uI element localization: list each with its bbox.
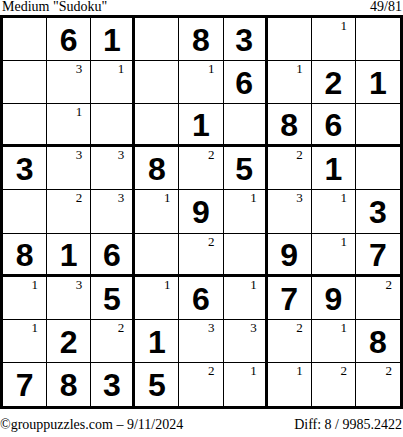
cell-r5c9[interactable]: 3: [356, 190, 400, 233]
big-digit: 3: [369, 194, 387, 228]
cell-r8c1[interactable]: 1: [3, 320, 47, 363]
cell-r8c4[interactable]: 1: [135, 320, 179, 363]
cell-r4c2[interactable]: 3: [47, 147, 91, 190]
cell-r9c3[interactable]: 3: [91, 363, 135, 406]
big-digit: 8: [280, 107, 298, 141]
cell-r2c3[interactable]: 1: [91, 61, 135, 104]
cell-r7c2[interactable]: 3: [47, 277, 91, 320]
cell-r9c9[interactable]: 2: [356, 363, 400, 406]
cell-r3c3[interactable]: [91, 104, 135, 147]
pencil-mark: 2: [208, 364, 215, 377]
pencil-mark: 2: [385, 278, 392, 291]
big-digit: 5: [148, 367, 166, 401]
pencil-mark: 2: [208, 148, 215, 161]
cell-r3c4[interactable]: [135, 104, 179, 147]
pencil-mark: 2: [208, 235, 215, 248]
cell-r2c4[interactable]: [135, 61, 179, 104]
cell-r3c9[interactable]: [356, 104, 400, 147]
pencil-mark: 1: [32, 278, 39, 291]
cell-r7c3[interactable]: 5: [91, 277, 135, 320]
cell-r7c1[interactable]: 1: [3, 277, 47, 320]
pencil-mark: 1: [208, 62, 215, 75]
big-digit: 8: [369, 324, 387, 358]
cell-r1c6[interactable]: 3: [224, 18, 268, 61]
big-digit: 3: [16, 151, 34, 185]
big-digit: 6: [60, 22, 78, 56]
cell-r4c3[interactable]: 3: [91, 147, 135, 190]
pencil-mark: 1: [296, 62, 303, 75]
copyright-date: ©grouppuzzles.com – 9/11/2024: [0, 417, 183, 432]
cell-r2c9[interactable]: 1: [356, 61, 400, 104]
cell-r5c8[interactable]: 1: [312, 190, 356, 233]
cell-r5c6[interactable]: 1: [224, 190, 268, 233]
cell-r4c9[interactable]: [356, 147, 400, 190]
pencil-mark: 1: [32, 321, 39, 334]
cell-r9c1[interactable]: 7: [3, 363, 47, 406]
cell-r8c9[interactable]: 8: [356, 320, 400, 363]
cell-r9c6[interactable]: 1: [224, 363, 268, 406]
cell-r6c5[interactable]: 2: [179, 234, 223, 277]
big-digit: 9: [280, 237, 298, 271]
remaining-counter: 49/81: [370, 0, 402, 14]
sudoku-grid: 6183131161211186333825212319131381629171…: [0, 15, 403, 409]
pencil-mark: 3: [118, 191, 125, 204]
cell-r8c3[interactable]: 2: [91, 320, 135, 363]
cell-r4c5[interactable]: 2: [179, 147, 223, 190]
cell-r8c8[interactable]: 1: [312, 320, 356, 363]
big-digit: 8: [60, 367, 78, 401]
cell-r9c4[interactable]: 5: [135, 363, 179, 406]
cell-r6c6[interactable]: [224, 234, 268, 277]
pencil-mark: 2: [340, 364, 347, 377]
pencil-mark: 1: [296, 364, 303, 377]
pencil-mark: 2: [296, 321, 303, 334]
big-digit: 6: [192, 281, 210, 315]
big-digit: 1: [60, 237, 78, 271]
cell-r9c5[interactable]: 2: [179, 363, 223, 406]
cell-r1c9[interactable]: [356, 18, 400, 61]
big-digit: 3: [235, 22, 253, 56]
big-digit: 2: [60, 324, 78, 358]
cell-r3c1[interactable]: [3, 104, 47, 147]
cell-r4c6[interactable]: 5: [224, 147, 268, 190]
cell-r7c7[interactable]: 7: [268, 277, 312, 320]
cell-r3c7[interactable]: 8: [268, 104, 312, 147]
big-digit: 8: [148, 151, 166, 185]
big-digit: 2: [324, 65, 342, 99]
cell-r8c5[interactable]: 3: [179, 320, 223, 363]
cell-r6c2[interactable]: 1: [47, 234, 91, 277]
cell-r6c8[interactable]: 1: [312, 234, 356, 277]
cell-r7c5[interactable]: 6: [179, 277, 223, 320]
cell-r4c7[interactable]: 2: [268, 147, 312, 190]
cell-r6c4[interactable]: [135, 234, 179, 277]
pencil-mark: 3: [76, 62, 83, 75]
cell-r6c7[interactable]: 9: [268, 234, 312, 277]
cell-r2c5[interactable]: 1: [179, 61, 223, 104]
cell-r6c1[interactable]: 8: [3, 234, 47, 277]
cell-r7c8[interactable]: 9: [312, 277, 356, 320]
page-header: Medium "Sudoku" 49/81: [0, 0, 403, 15]
cell-r8c6[interactable]: 3: [224, 320, 268, 363]
cell-r3c5[interactable]: 1: [179, 104, 223, 147]
big-digit: 5: [235, 151, 253, 185]
pencil-mark: 1: [250, 278, 257, 291]
pencil-mark: 1: [76, 105, 83, 118]
cell-r6c9[interactable]: 7: [356, 234, 400, 277]
cell-r1c5[interactable]: 8: [179, 18, 223, 61]
cell-r8c7[interactable]: 2: [268, 320, 312, 363]
cell-r2c7[interactable]: 1: [268, 61, 312, 104]
cell-r2c6[interactable]: 6: [224, 61, 268, 104]
cell-r1c1[interactable]: [3, 18, 47, 61]
big-digit: 8: [192, 22, 210, 56]
pencil-mark: 1: [250, 191, 257, 204]
cell-r3c6[interactable]: [224, 104, 268, 147]
cell-r5c3[interactable]: 3: [91, 190, 135, 233]
cell-r1c2[interactable]: 6: [47, 18, 91, 61]
cell-r2c2[interactable]: 3: [47, 61, 91, 104]
pencil-mark: 1: [340, 235, 347, 248]
pencil-mark: 3: [118, 148, 125, 161]
pencil-mark: 3: [76, 148, 83, 161]
pencil-mark: 1: [340, 321, 347, 334]
pencil-mark: 1: [164, 278, 171, 291]
cell-r4c4[interactable]: 8: [135, 147, 179, 190]
big-digit: 9: [324, 281, 342, 315]
cell-r9c2[interactable]: 8: [47, 363, 91, 406]
big-digit: 9: [192, 194, 210, 228]
cell-r5c4[interactable]: 1: [135, 190, 179, 233]
pencil-mark: 3: [296, 191, 303, 204]
page-footer: ©grouppuzzles.com – 9/11/2024 Diff: 8 / …: [0, 409, 403, 432]
pencil-mark: 2: [118, 321, 125, 334]
cell-r5c5[interactable]: 9: [179, 190, 223, 233]
cell-r5c7[interactable]: 3: [268, 190, 312, 233]
big-digit: 5: [103, 281, 121, 315]
big-digit: 1: [369, 65, 387, 99]
cell-r9c8[interactable]: 2: [312, 363, 356, 406]
pencil-mark: 3: [250, 321, 257, 334]
cell-r1c8[interactable]: 1: [312, 18, 356, 61]
pencil-mark: 3: [208, 321, 215, 334]
big-digit: 8: [16, 237, 34, 271]
difficulty-label: Diff: 8 / 9985.2422: [294, 417, 402, 432]
cell-r3c8[interactable]: 6: [312, 104, 356, 147]
big-digit: 1: [148, 324, 166, 358]
pencil-mark: 1: [340, 19, 347, 32]
cell-r2c8[interactable]: 2: [312, 61, 356, 104]
puzzle-title: Medium "Sudoku": [2, 0, 107, 14]
cell-r3c2[interactable]: 1: [47, 104, 91, 147]
pencil-mark: 1: [118, 62, 125, 75]
cell-r4c1[interactable]: 3: [3, 147, 47, 190]
big-digit: 7: [16, 367, 34, 401]
pencil-mark: 2: [385, 364, 392, 377]
big-digit: 1: [103, 22, 121, 56]
cell-r5c1[interactable]: [3, 190, 47, 233]
pencil-mark: 2: [296, 148, 303, 161]
cell-r7c6[interactable]: 1: [224, 277, 268, 320]
cell-r1c7[interactable]: [268, 18, 312, 61]
cell-r4c8[interactable]: 1: [312, 147, 356, 190]
big-digit: 6: [324, 107, 342, 141]
pencil-mark: 1: [250, 364, 257, 377]
pencil-mark: 1: [340, 191, 347, 204]
cell-r5c2[interactable]: 2: [47, 190, 91, 233]
cell-r7c9[interactable]: 2: [356, 277, 400, 320]
cell-r9c7[interactable]: 1: [268, 363, 312, 406]
big-digit: 1: [324, 151, 342, 185]
big-digit: 7: [369, 237, 387, 271]
cell-r8c2[interactable]: 2: [47, 320, 91, 363]
big-digit: 1: [192, 107, 210, 141]
big-digit: 7: [280, 281, 298, 315]
cell-r6c3[interactable]: 6: [91, 234, 135, 277]
big-digit: 6: [235, 65, 253, 99]
big-digit: 6: [103, 237, 121, 271]
cell-r2c1[interactable]: [3, 61, 47, 104]
cell-r7c4[interactable]: 1: [135, 277, 179, 320]
pencil-mark: 3: [76, 278, 83, 291]
cell-r1c3[interactable]: 1: [91, 18, 135, 61]
pencil-mark: 1: [164, 191, 171, 204]
big-digit: 3: [103, 367, 121, 401]
pencil-mark: 2: [76, 191, 83, 204]
cell-r1c4[interactable]: [135, 18, 179, 61]
